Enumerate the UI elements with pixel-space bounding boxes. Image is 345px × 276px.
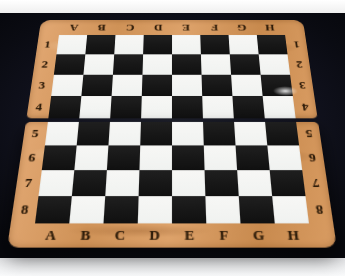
label-rank-5-left-text: 5 (31, 126, 40, 140)
label-rank-3-left-text: 3 (38, 79, 46, 92)
square-e8[interactable] (172, 196, 206, 223)
label-file-h-top-text: H (265, 22, 275, 34)
square-c6[interactable] (107, 145, 140, 170)
square-a8[interactable] (35, 196, 72, 223)
label-file-c-bottom: C (102, 223, 138, 247)
board-bottom-half: 55667788ABCDEFGH (7, 122, 337, 248)
square-d8[interactable] (138, 196, 172, 223)
square-c2[interactable] (113, 54, 143, 74)
label-file-f-top: F (200, 20, 229, 34)
square-h1[interactable] (257, 35, 288, 55)
label-rank-4-right: 4 (293, 96, 318, 118)
label-file-f-top-text: F (210, 22, 218, 34)
square-e1[interactable] (172, 35, 201, 55)
label-file-e-top: E (172, 20, 200, 34)
frame-corner-top-left (39, 20, 61, 34)
label-rank-4-left-text: 4 (35, 100, 43, 114)
square-f5[interactable] (203, 122, 236, 146)
label-file-b-top-text: B (97, 22, 106, 34)
label-rank-8-left-text: 8 (20, 201, 29, 218)
board-top-half: ABCDEFGH11223344 (26, 20, 317, 118)
frame-corner-top-right (283, 20, 305, 34)
square-d2[interactable] (142, 54, 172, 74)
square-e6[interactable] (172, 145, 205, 170)
label-file-c-top: C (115, 20, 144, 34)
square-e7[interactable] (172, 170, 205, 196)
square-c8[interactable] (104, 196, 139, 223)
square-h2[interactable] (259, 54, 290, 74)
square-c1[interactable] (114, 35, 144, 55)
square-b2[interactable] (83, 54, 114, 74)
square-a6[interactable] (42, 145, 77, 170)
label-rank-2-left: 2 (33, 54, 57, 74)
label-file-a-bottom: A (32, 223, 69, 247)
square-a4[interactable] (48, 96, 81, 118)
square-g7[interactable] (237, 170, 272, 196)
square-a5[interactable] (45, 122, 79, 146)
square-a7[interactable] (38, 170, 74, 196)
label-rank-1-right-text: 1 (293, 39, 301, 51)
label-file-g-top: G (228, 20, 257, 34)
label-rank-8-left: 8 (11, 196, 39, 223)
square-g5[interactable] (234, 122, 267, 146)
label-rank-5-right-text: 5 (304, 126, 313, 140)
square-c7[interactable] (105, 170, 139, 196)
label-rank-1-right: 1 (285, 35, 308, 55)
square-f2[interactable] (201, 54, 231, 74)
label-rank-7-left: 7 (15, 170, 42, 196)
square-g8[interactable] (239, 196, 275, 223)
square-h8[interactable] (272, 196, 309, 223)
photo-top-strip (0, 0, 345, 13)
square-h7[interactable] (270, 170, 306, 196)
label-rank-6-left-text: 6 (27, 150, 36, 165)
label-file-f-bottom: F (206, 223, 242, 247)
label-file-a-bottom-text: A (45, 227, 57, 245)
label-rank-2-right: 2 (288, 54, 312, 74)
square-h4[interactable] (263, 96, 296, 118)
square-d1[interactable] (143, 35, 172, 55)
label-rank-4-left: 4 (26, 96, 51, 118)
label-file-a-top: A (59, 20, 89, 34)
label-file-e-bottom-text: E (184, 227, 194, 245)
label-file-h-bottom: H (275, 223, 312, 247)
square-g1[interactable] (229, 35, 259, 55)
label-file-c-bottom-text: C (114, 227, 125, 245)
square-e4[interactable] (172, 96, 203, 118)
square-c3[interactable] (112, 75, 143, 96)
square-b8[interactable] (69, 196, 105, 223)
square-f8[interactable] (205, 196, 240, 223)
label-rank-3-right-text: 3 (298, 79, 306, 92)
label-rank-2-left-text: 2 (41, 58, 49, 71)
label-file-g-bottom: G (240, 223, 277, 247)
square-f4[interactable] (202, 96, 234, 118)
label-rank-5-right: 5 (296, 122, 322, 146)
square-a2[interactable] (54, 54, 85, 74)
label-rank-6-right-text: 6 (308, 150, 317, 165)
label-file-h-bottom-text: H (287, 227, 300, 245)
label-file-d-bottom-text: D (149, 227, 160, 245)
square-a1[interactable] (56, 35, 87, 55)
label-rank-7-left-text: 7 (24, 175, 33, 191)
square-a3[interactable] (51, 75, 83, 96)
square-h6[interactable] (267, 145, 302, 170)
square-g2[interactable] (230, 54, 261, 74)
square-h3[interactable] (261, 75, 293, 96)
label-rank-6-left: 6 (19, 145, 45, 170)
square-g6[interactable] (236, 145, 270, 170)
square-d7[interactable] (139, 170, 172, 196)
label-file-g-top-text: G (237, 22, 247, 34)
label-file-b-top: B (87, 20, 116, 34)
square-e2[interactable] (172, 54, 202, 74)
label-rank-3-right: 3 (290, 75, 314, 96)
square-h5[interactable] (265, 122, 299, 146)
label-file-d-bottom: D (137, 223, 172, 247)
label-rank-4-right-text: 4 (301, 100, 309, 114)
label-file-e-bottom: E (172, 223, 207, 247)
label-rank-7-right-text: 7 (311, 175, 320, 191)
square-e3[interactable] (172, 75, 202, 96)
label-rank-2-right-text: 2 (295, 58, 303, 71)
square-f3[interactable] (202, 75, 233, 96)
square-b3[interactable] (81, 75, 113, 96)
square-g4[interactable] (232, 96, 264, 118)
square-d3[interactable] (142, 75, 172, 96)
square-e5[interactable] (172, 122, 204, 146)
square-d6[interactable] (139, 145, 172, 170)
label-rank-8-right: 8 (306, 196, 334, 223)
label-file-c-top-text: C (125, 22, 134, 34)
label-rank-8-right-text: 8 (315, 201, 324, 218)
square-b1[interactable] (85, 35, 115, 55)
square-f6[interactable] (204, 145, 237, 170)
square-b4[interactable] (79, 96, 111, 118)
label-file-a-top-text: A (69, 22, 79, 34)
square-c5[interactable] (108, 122, 141, 146)
label-file-b-bottom-text: B (80, 227, 91, 245)
label-rank-3-left: 3 (30, 75, 54, 96)
photo-bottom-strip (0, 258, 345, 276)
square-d4[interactable] (141, 96, 172, 118)
label-file-d-top: D (144, 20, 172, 34)
label-rank-6-right: 6 (299, 145, 325, 170)
label-file-b-bottom: B (67, 223, 104, 247)
label-rank-1-left: 1 (36, 35, 59, 55)
chessboard: ABCDEFGH11223344 55667788ABCDEFGH (7, 20, 337, 247)
label-file-d-top-text: D (154, 22, 163, 34)
square-g3[interactable] (231, 75, 263, 96)
square-d5[interactable] (140, 122, 172, 146)
square-c4[interactable] (110, 96, 142, 118)
label-file-e-top-text: E (182, 22, 190, 34)
square-b7[interactable] (72, 170, 107, 196)
square-b6[interactable] (74, 145, 108, 170)
label-rank-1-left-text: 1 (44, 39, 52, 51)
square-b5[interactable] (77, 122, 110, 146)
frame-corner-bottom-left (7, 223, 35, 247)
square-f1[interactable] (200, 35, 230, 55)
square-f7[interactable] (205, 170, 239, 196)
label-rank-7-right: 7 (302, 170, 329, 196)
label-file-f-bottom-text: F (219, 227, 229, 245)
label-rank-5-left: 5 (22, 122, 48, 146)
frame-corner-bottom-right (309, 223, 337, 247)
label-file-g-bottom-text: G (252, 227, 265, 245)
label-file-h-top: H (255, 20, 285, 34)
